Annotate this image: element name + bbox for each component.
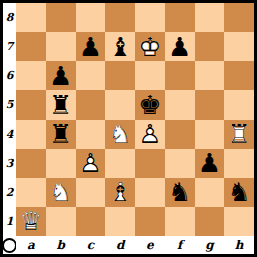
square-c8[interactable] xyxy=(76,3,106,32)
square-a7[interactable] xyxy=(16,32,46,61)
piece-black-knight-f2[interactable]: ♞ xyxy=(165,178,195,207)
square-b6[interactable]: ♟ xyxy=(46,61,76,90)
square-b3[interactable] xyxy=(46,149,76,178)
square-g6[interactable] xyxy=(195,61,225,90)
white-knight-outline-icon: ♘ xyxy=(105,120,135,149)
square-e2[interactable] xyxy=(135,178,165,207)
piece-black-rook-b4[interactable]: ♜ xyxy=(46,120,76,149)
square-f7[interactable]: ♟ xyxy=(165,32,195,61)
square-a1[interactable]: ♛♕ xyxy=(16,207,46,236)
square-h6[interactable] xyxy=(224,61,254,90)
black-pawn-icon: ♟ xyxy=(165,32,195,61)
piece-black-rook-b5[interactable]: ♜ xyxy=(46,90,76,119)
rank-label-8: 8 xyxy=(3,3,16,32)
square-d3[interactable] xyxy=(105,149,135,178)
white-pawn-outline-icon: ♙ xyxy=(76,149,106,178)
square-d7[interactable]: ♝ xyxy=(105,32,135,61)
square-f4[interactable] xyxy=(165,120,195,149)
square-a8[interactable] xyxy=(16,3,46,32)
square-c2[interactable] xyxy=(76,178,106,207)
chess-board: 87♟♝♚♔♟6♟5♜♚4♜♞♘♟♙♜♖3♟♙♟2♞♘♝♗♞♞1♛♕abcdef… xyxy=(3,3,254,254)
square-e3[interactable] xyxy=(135,149,165,178)
square-f6[interactable] xyxy=(165,61,195,90)
square-c7[interactable]: ♟ xyxy=(76,32,106,61)
white-pawn-icon: ♟ xyxy=(76,149,106,178)
square-f8[interactable] xyxy=(165,3,195,32)
file-label-b: b xyxy=(46,236,76,254)
white-pawn-outline-icon: ♙ xyxy=(135,120,165,149)
file-label-c: c xyxy=(76,236,106,254)
piece-white-king-e7[interactable]: ♚♔ xyxy=(135,32,165,61)
rank-label-7: 7 xyxy=(3,32,16,61)
file-label-h: h xyxy=(224,236,254,254)
black-king-icon: ♚ xyxy=(135,90,165,119)
square-c1[interactable] xyxy=(76,207,106,236)
black-pawn-icon: ♟ xyxy=(46,61,76,90)
black-knight-icon: ♞ xyxy=(224,178,254,207)
file-label-d: d xyxy=(105,236,135,254)
square-a6[interactable] xyxy=(16,61,46,90)
square-d2[interactable]: ♝♗ xyxy=(105,178,135,207)
file-label-g: g xyxy=(195,236,225,254)
white-king-outline-icon: ♔ xyxy=(135,32,165,61)
black-pawn-icon: ♟ xyxy=(76,32,106,61)
white-knight-icon: ♞ xyxy=(105,120,135,149)
piece-black-bishop-d7[interactable]: ♝ xyxy=(105,32,135,61)
white-bishop-outline-icon: ♗ xyxy=(105,178,135,207)
square-a4[interactable] xyxy=(16,120,46,149)
piece-black-pawn-f7[interactable]: ♟ xyxy=(165,32,195,61)
square-b7[interactable] xyxy=(46,32,76,61)
rank-label-2: 2 xyxy=(3,178,16,207)
rank-label-3: 3 xyxy=(3,149,16,178)
square-f2[interactable]: ♞ xyxy=(165,178,195,207)
white-pawn-icon: ♟ xyxy=(135,120,165,149)
square-c4[interactable] xyxy=(76,120,106,149)
square-e4[interactable]: ♟♙ xyxy=(135,120,165,149)
square-h4[interactable]: ♜♖ xyxy=(224,120,254,149)
square-d5[interactable] xyxy=(105,90,135,119)
square-d1[interactable] xyxy=(105,207,135,236)
file-label-a: a xyxy=(16,236,46,254)
white-king-icon: ♚ xyxy=(135,32,165,61)
file-label-f: f xyxy=(165,236,195,254)
square-b2[interactable]: ♞♘ xyxy=(46,178,76,207)
square-d8[interactable] xyxy=(105,3,135,32)
rank-label-1: 1 xyxy=(3,207,16,236)
square-e1[interactable] xyxy=(135,207,165,236)
square-f3[interactable] xyxy=(165,149,195,178)
black-pawn-icon: ♟ xyxy=(195,149,225,178)
piece-white-queen-a1[interactable]: ♛♕ xyxy=(16,207,46,236)
rank-label-6: 6 xyxy=(3,61,16,90)
black-bishop-icon: ♝ xyxy=(105,32,135,61)
piece-white-pawn-c3[interactable]: ♟♙ xyxy=(76,149,106,178)
square-g3[interactable]: ♟ xyxy=(195,149,225,178)
white-to-move-icon xyxy=(2,238,17,253)
turn-indicator-cell xyxy=(3,236,16,254)
white-queen-outline-icon: ♕ xyxy=(16,207,46,236)
piece-white-rook-h4[interactable]: ♜♖ xyxy=(224,120,254,149)
square-g7[interactable] xyxy=(195,32,225,61)
chess-diagram: 87♟♝♚♔♟6♟5♜♚4♜♞♘♟♙♜♖3♟♙♟2♞♘♝♗♞♞1♛♕abcdef… xyxy=(0,0,257,257)
square-e7[interactable]: ♚♔ xyxy=(135,32,165,61)
square-a3[interactable] xyxy=(16,149,46,178)
square-g8[interactable] xyxy=(195,3,225,32)
square-e6[interactable] xyxy=(135,61,165,90)
square-d4[interactable]: ♞♘ xyxy=(105,120,135,149)
square-g2[interactable] xyxy=(195,178,225,207)
white-bishop-icon: ♝ xyxy=(105,178,135,207)
black-rook-icon: ♜ xyxy=(46,90,76,119)
piece-black-pawn-c7[interactable]: ♟ xyxy=(76,32,106,61)
black-knight-icon: ♞ xyxy=(165,178,195,207)
piece-white-pawn-e4[interactable]: ♟♙ xyxy=(135,120,165,149)
white-knight-icon: ♞ xyxy=(46,178,76,207)
square-h5[interactable] xyxy=(224,90,254,119)
square-b8[interactable] xyxy=(46,3,76,32)
piece-white-bishop-d2[interactable]: ♝♗ xyxy=(105,178,135,207)
square-c6[interactable] xyxy=(76,61,106,90)
black-rook-icon: ♜ xyxy=(46,120,76,149)
square-h7[interactable] xyxy=(224,32,254,61)
piece-black-king-e5[interactable]: ♚ xyxy=(135,90,165,119)
piece-black-pawn-g3[interactable]: ♟ xyxy=(195,149,225,178)
white-queen-icon: ♛ xyxy=(16,207,46,236)
square-h2[interactable]: ♞ xyxy=(224,178,254,207)
square-h1[interactable] xyxy=(224,207,254,236)
rank-label-5: 5 xyxy=(3,90,16,119)
square-a5[interactable] xyxy=(16,90,46,119)
square-d6[interactable] xyxy=(105,61,135,90)
piece-white-knight-b2[interactable]: ♞♘ xyxy=(46,178,76,207)
square-c3[interactable]: ♟♙ xyxy=(76,149,106,178)
white-rook-outline-icon: ♖ xyxy=(224,120,254,149)
square-b1[interactable] xyxy=(46,207,76,236)
square-h3[interactable] xyxy=(224,149,254,178)
square-f1[interactable] xyxy=(165,207,195,236)
piece-white-knight-d4[interactable]: ♞♘ xyxy=(105,120,135,149)
file-label-e: e xyxy=(135,236,165,254)
square-b5[interactable]: ♜ xyxy=(46,90,76,119)
square-e5[interactable]: ♚ xyxy=(135,90,165,119)
piece-black-pawn-b6[interactable]: ♟ xyxy=(46,61,76,90)
square-g5[interactable] xyxy=(195,90,225,119)
square-g4[interactable] xyxy=(195,120,225,149)
square-f5[interactable] xyxy=(165,90,195,119)
piece-black-knight-h2[interactable]: ♞ xyxy=(224,178,254,207)
rank-label-4: 4 xyxy=(3,120,16,149)
square-h8[interactable] xyxy=(224,3,254,32)
square-c5[interactable] xyxy=(76,90,106,119)
square-g1[interactable] xyxy=(195,207,225,236)
square-b4[interactable]: ♜ xyxy=(46,120,76,149)
square-e8[interactable] xyxy=(135,3,165,32)
white-knight-outline-icon: ♘ xyxy=(46,178,76,207)
square-a2[interactable] xyxy=(16,178,46,207)
white-rook-icon: ♜ xyxy=(224,120,254,149)
